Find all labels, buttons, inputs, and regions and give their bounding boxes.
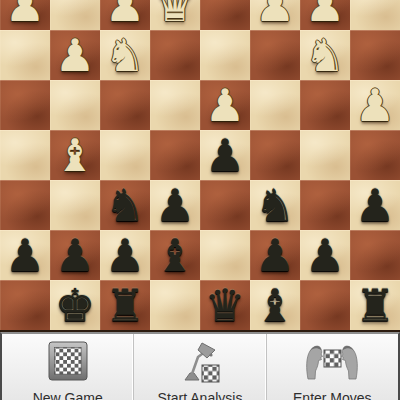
square-a5[interactable] <box>350 130 400 180</box>
new-game-label: New Game <box>2 390 133 400</box>
square-d4[interactable]: ♟ <box>200 80 250 130</box>
black-king[interactable]: ♚ <box>50 280 100 330</box>
square-c8[interactable]: ♝ <box>250 280 300 330</box>
square-a3[interactable] <box>350 30 400 80</box>
square-a2[interactable] <box>350 0 400 30</box>
square-b8[interactable] <box>300 280 350 330</box>
square-d2[interactable] <box>200 0 250 30</box>
square-b7[interactable]: ♟ <box>300 230 350 280</box>
white-knight[interactable]: ♞ <box>300 30 350 80</box>
board-grid: ♟♟♛♟♟♟♞♞♟♟♝♟♞♟♞♟♟♟♟♝♟♟♚♜♛♝♜ <box>0 0 400 330</box>
square-b3[interactable]: ♞ <box>300 30 350 80</box>
white-pawn[interactable]: ♟ <box>0 0 50 30</box>
white-pawn[interactable]: ♟ <box>100 0 150 30</box>
square-c7[interactable]: ♟ <box>250 230 300 280</box>
black-bishop[interactable]: ♝ <box>150 230 200 280</box>
square-h4[interactable] <box>0 80 50 130</box>
square-e3[interactable] <box>150 30 200 80</box>
enter-moves-label: Enter Moves <box>267 390 398 400</box>
square-d5[interactable]: ♟ <box>200 130 250 180</box>
white-knight[interactable]: ♞ <box>100 30 150 80</box>
black-pawn[interactable]: ♟ <box>300 230 350 280</box>
white-pawn[interactable]: ♟ <box>200 80 250 130</box>
square-d6[interactable] <box>200 180 250 230</box>
square-a4[interactable]: ♟ <box>350 80 400 130</box>
square-f7[interactable]: ♟ <box>100 230 150 280</box>
chess-board: ♟♟♛♟♟♟♞♞♟♟♝♟♞♟♞♟♟♟♟♝♟♟♚♜♛♝♜ <box>0 0 400 332</box>
square-g5[interactable]: ♝ <box>50 130 100 180</box>
black-queen[interactable]: ♛ <box>200 280 250 330</box>
square-c6[interactable]: ♞ <box>250 180 300 230</box>
square-g7[interactable]: ♟ <box>50 230 100 280</box>
square-b6[interactable] <box>300 180 350 230</box>
white-bishop[interactable]: ♝ <box>50 130 100 180</box>
square-f6[interactable]: ♞ <box>100 180 150 230</box>
black-bishop[interactable]: ♝ <box>250 280 300 330</box>
square-h6[interactable] <box>0 180 50 230</box>
black-pawn[interactable]: ♟ <box>350 180 400 230</box>
square-h8[interactable] <box>0 280 50 330</box>
square-f8[interactable]: ♜ <box>100 280 150 330</box>
square-e7[interactable]: ♝ <box>150 230 200 280</box>
square-d7[interactable] <box>200 230 250 280</box>
new-game-icon <box>48 341 88 381</box>
white-pawn[interactable]: ♟ <box>350 80 400 130</box>
square-h5[interactable] <box>0 130 50 180</box>
square-e5[interactable] <box>150 130 200 180</box>
black-pawn[interactable]: ♟ <box>200 130 250 180</box>
black-pawn[interactable]: ♟ <box>250 230 300 280</box>
square-f3[interactable]: ♞ <box>100 30 150 80</box>
square-f5[interactable] <box>100 130 150 180</box>
square-h2[interactable]: ♟ <box>0 0 50 30</box>
start-analysis-icon <box>178 341 222 383</box>
chess-app-screen: ♟♟♛♟♟♟♞♞♟♟♝♟♞♟♞♟♟♟♟♝♟♟♚♜♛♝♜ New Gam <box>0 0 400 400</box>
square-e2[interactable]: ♛ <box>150 0 200 30</box>
square-e6[interactable]: ♟ <box>150 180 200 230</box>
white-pawn[interactable]: ♟ <box>50 30 100 80</box>
square-d8[interactable]: ♛ <box>200 280 250 330</box>
square-b2[interactable]: ♟ <box>300 0 350 30</box>
square-g4[interactable] <box>50 80 100 130</box>
black-pawn[interactable]: ♟ <box>0 230 50 280</box>
black-pawn[interactable]: ♟ <box>50 230 100 280</box>
enter-moves-button[interactable]: Enter Moves <box>266 334 398 400</box>
square-a7[interactable] <box>350 230 400 280</box>
black-knight[interactable]: ♞ <box>250 180 300 230</box>
white-pawn[interactable]: ♟ <box>250 0 300 30</box>
square-a8[interactable]: ♜ <box>350 280 400 330</box>
square-d3[interactable] <box>200 30 250 80</box>
square-g8[interactable]: ♚ <box>50 280 100 330</box>
black-pawn[interactable]: ♟ <box>150 180 200 230</box>
square-f4[interactable] <box>100 80 150 130</box>
square-g6[interactable] <box>50 180 100 230</box>
bottom-toolbar: New Game Start Analysis <box>0 332 400 400</box>
square-c2[interactable]: ♟ <box>250 0 300 30</box>
white-pawn[interactable]: ♟ <box>300 0 350 30</box>
square-h3[interactable] <box>0 30 50 80</box>
square-g2[interactable] <box>50 0 100 30</box>
square-h7[interactable]: ♟ <box>0 230 50 280</box>
square-e8[interactable] <box>150 280 200 330</box>
square-f2[interactable]: ♟ <box>100 0 150 30</box>
square-b4[interactable] <box>300 80 350 130</box>
black-rook[interactable]: ♜ <box>100 280 150 330</box>
start-analysis-label: Start Analysis <box>134 390 265 400</box>
square-c3[interactable] <box>250 30 300 80</box>
square-b5[interactable] <box>300 130 350 180</box>
start-analysis-button[interactable]: Start Analysis <box>133 334 265 400</box>
square-a6[interactable]: ♟ <box>350 180 400 230</box>
black-knight[interactable]: ♞ <box>100 180 150 230</box>
square-e4[interactable] <box>150 80 200 130</box>
enter-moves-icon <box>304 341 360 381</box>
black-pawn[interactable]: ♟ <box>100 230 150 280</box>
white-queen[interactable]: ♛ <box>150 0 200 30</box>
square-c4[interactable] <box>250 80 300 130</box>
black-rook[interactable]: ♜ <box>350 280 400 330</box>
square-g3[interactable]: ♟ <box>50 30 100 80</box>
new-game-button[interactable]: New Game <box>2 334 133 400</box>
square-c5[interactable] <box>250 130 300 180</box>
